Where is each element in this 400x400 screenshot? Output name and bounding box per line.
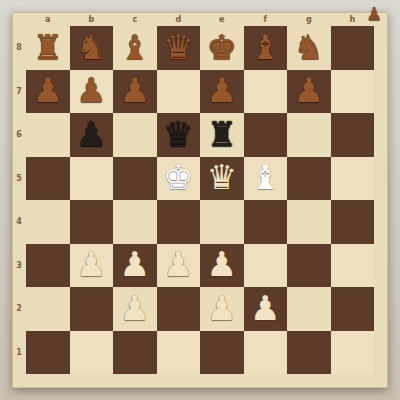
square-f8[interactable]: ♝ (244, 26, 288, 70)
square-g1[interactable] (287, 331, 331, 375)
square-e8[interactable]: ♚ (200, 26, 244, 70)
square-e4[interactable] (200, 200, 244, 244)
square-f7[interactable] (244, 70, 288, 114)
square-b4[interactable] (70, 200, 114, 244)
square-c3[interactable]: ♟ (113, 244, 157, 288)
square-b8[interactable]: ♞ (70, 26, 114, 70)
square-e7[interactable]: ♟ (200, 70, 244, 114)
square-a1[interactable] (26, 331, 70, 375)
piece-brown-pawn-g7[interactable]: ♟ (294, 73, 324, 107)
square-c7[interactable]: ♟ (113, 70, 157, 114)
square-h3[interactable] (331, 244, 375, 288)
piece-brown-rook-a8[interactable]: ♜ (33, 30, 63, 64)
square-g6[interactable] (287, 113, 331, 157)
square-e3[interactable]: ♟ (200, 244, 244, 288)
file-labels: abcdefgh (26, 12, 374, 26)
rank-label-3: 3 (12, 244, 26, 288)
piece-cream-pawn-c3[interactable]: ♟ (120, 247, 150, 281)
square-c2[interactable]: ♟ (113, 287, 157, 331)
square-b3[interactable]: ♟ (70, 244, 114, 288)
square-d8[interactable]: ♛ (157, 26, 201, 70)
square-b7[interactable]: ♟ (70, 70, 114, 114)
square-g3[interactable] (287, 244, 331, 288)
square-a5[interactable] (26, 157, 70, 201)
file-label-d: d (157, 12, 201, 26)
piece-white-bishop-f5[interactable]: ♝ (250, 160, 280, 194)
piece-white-king-d5[interactable]: ♚ (163, 160, 193, 194)
piece-brown-queen-d8[interactable]: ♛ (163, 30, 193, 64)
rank-label-6: 6 (12, 113, 26, 157)
square-a4[interactable] (26, 200, 70, 244)
square-e2[interactable]: ♟ (200, 287, 244, 331)
square-b6[interactable]: ♟ (70, 113, 114, 157)
square-f1[interactable] (244, 331, 288, 375)
square-h6[interactable] (331, 113, 375, 157)
chess-board: abcdefgh 87654321 ♜♞♝♛♚♝♞♟♟♟♟♟♟♛♜♚♛♝♟♟♟♟… (12, 12, 388, 388)
rank-label-2: 2 (12, 287, 26, 331)
square-g2[interactable] (287, 287, 331, 331)
piece-black-pawn-b6[interactable]: ♟ (76, 117, 106, 151)
square-b2[interactable] (70, 287, 114, 331)
square-h5[interactable] (331, 157, 375, 201)
square-d1[interactable] (157, 331, 201, 375)
square-h2[interactable] (331, 287, 375, 331)
file-label-e: e (200, 12, 244, 26)
piece-brown-bishop-c8[interactable]: ♝ (120, 30, 150, 64)
square-d3[interactable]: ♟ (157, 244, 201, 288)
square-e6[interactable]: ♜ (200, 113, 244, 157)
square-a2[interactable] (26, 287, 70, 331)
square-c4[interactable] (113, 200, 157, 244)
rank-label-4: 4 (12, 200, 26, 244)
rank-labels: 87654321 (12, 26, 26, 374)
square-h8[interactable] (331, 26, 375, 70)
square-c1[interactable] (113, 331, 157, 375)
piece-brown-pawn-c7[interactable]: ♟ (120, 73, 150, 107)
square-g8[interactable]: ♞ (287, 26, 331, 70)
square-a8[interactable]: ♜ (26, 26, 70, 70)
piece-black-rook-e6[interactable]: ♜ (207, 117, 237, 151)
square-b1[interactable] (70, 331, 114, 375)
square-f5[interactable]: ♝ (244, 157, 288, 201)
piece-cream-pawn-f2[interactable]: ♟ (250, 291, 280, 325)
square-d5[interactable]: ♚ (157, 157, 201, 201)
piece-brown-bishop-f8[interactable]: ♝ (250, 30, 280, 64)
square-e5[interactable]: ♛ (200, 157, 244, 201)
square-g4[interactable] (287, 200, 331, 244)
piece-brown-pawn-e7[interactable]: ♟ (207, 73, 237, 107)
rank-label-1: 1 (12, 331, 26, 375)
square-h7[interactable] (331, 70, 375, 114)
square-f4[interactable] (244, 200, 288, 244)
piece-brown-pawn-a7[interactable]: ♟ (33, 73, 63, 107)
file-label-c: c (113, 12, 157, 26)
file-label-b: b (70, 12, 114, 26)
square-c5[interactable] (113, 157, 157, 201)
square-d2[interactable] (157, 287, 201, 331)
rank-label-7: 7 (12, 70, 26, 114)
square-h4[interactable] (331, 200, 375, 244)
square-c6[interactable] (113, 113, 157, 157)
square-f2[interactable]: ♟ (244, 287, 288, 331)
square-e1[interactable] (200, 331, 244, 375)
square-g7[interactable]: ♟ (287, 70, 331, 114)
piece-brown-king-e8[interactable]: ♚ (207, 30, 237, 64)
file-label-f: f (244, 12, 288, 26)
square-h1[interactable] (331, 331, 375, 375)
square-a6[interactable] (26, 113, 70, 157)
square-f6[interactable] (244, 113, 288, 157)
file-label-g: g (287, 12, 331, 26)
square-b5[interactable] (70, 157, 114, 201)
piece-cream-pawn-b3[interactable]: ♟ (76, 247, 106, 281)
piece-brown-knight-g8[interactable]: ♞ (294, 30, 324, 64)
piece-cream-pawn-e3[interactable]: ♟ (207, 247, 237, 281)
rank-label-5: 5 (12, 157, 26, 201)
file-label-a: a (26, 12, 70, 26)
square-d7[interactable] (157, 70, 201, 114)
piece-cream-queen-e5[interactable]: ♛ (207, 160, 237, 194)
square-f3[interactable] (244, 244, 288, 288)
captured-piece-behind-board: ♟ (366, 3, 382, 23)
piece-black-queen-d6[interactable]: ♛ (163, 117, 193, 151)
square-a7[interactable]: ♟ (26, 70, 70, 114)
square-d4[interactable] (157, 200, 201, 244)
piece-cream-pawn-d3[interactable]: ♟ (163, 247, 193, 281)
piece-brown-pawn-b7[interactable]: ♟ (76, 73, 106, 107)
square-g5[interactable] (287, 157, 331, 201)
board-grid: ♜♞♝♛♚♝♞♟♟♟♟♟♟♛♜♚♛♝♟♟♟♟♟♟♟ (26, 26, 374, 374)
piece-cream-pawn-e2[interactable]: ♟ (207, 291, 237, 325)
rank-label-8: 8 (12, 26, 26, 70)
square-a3[interactable] (26, 244, 70, 288)
square-d6[interactable]: ♛ (157, 113, 201, 157)
piece-cream-pawn-c2[interactable]: ♟ (120, 291, 150, 325)
piece-brown-knight-b8[interactable]: ♞ (76, 30, 106, 64)
square-c8[interactable]: ♝ (113, 26, 157, 70)
